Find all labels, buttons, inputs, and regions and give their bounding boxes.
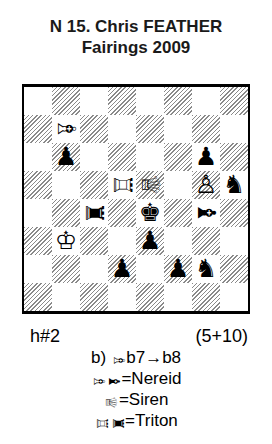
piece-white-pawn: ♙ — [195, 171, 217, 199]
square-h8 — [220, 87, 248, 115]
square-h7 — [220, 115, 248, 143]
square-e1 — [136, 283, 164, 311]
square-e7 — [136, 115, 164, 143]
square-d8 — [108, 87, 136, 115]
piece-count: (5+10) — [195, 325, 248, 347]
square-f5 — [164, 171, 192, 199]
square-f4 — [164, 199, 192, 227]
square-c1 — [80, 283, 108, 311]
white-triton-icon: ♖ — [94, 417, 109, 430]
square-d7 — [108, 115, 136, 143]
piece-white-triton: ♖ — [108, 174, 136, 196]
square-b1 — [52, 283, 80, 311]
piece-black-pawn: ♟ — [55, 143, 77, 171]
stipulation-row: h#2 (5+10) — [0, 325, 272, 347]
square-f8 — [164, 87, 192, 115]
square-f2: ♟ — [164, 255, 192, 283]
legend-line-nereid: ♗♝=Nereid — [0, 368, 272, 389]
black-nereid-icon: ♝ — [106, 375, 121, 388]
square-h4 — [220, 199, 248, 227]
square-d6 — [108, 143, 136, 171]
square-b3: ♔ — [52, 227, 80, 255]
square-b5 — [52, 171, 80, 199]
square-a7 — [24, 115, 52, 143]
square-h1 — [220, 283, 248, 311]
legend-line-siren: ♕=Siren — [0, 389, 272, 410]
square-d1 — [108, 283, 136, 311]
white-siren-icon: ♕ — [104, 396, 119, 409]
square-a1 — [24, 283, 52, 311]
square-h5: ♞ — [220, 171, 248, 199]
stipulation-text: h#2 — [30, 325, 60, 347]
chess-problem-card: N 15. Chris FEATHER Fairings 2009 ♗♟♟♖♕♙… — [0, 16, 272, 431]
square-h2 — [220, 255, 248, 283]
legend-text: =Siren — [119, 390, 169, 409]
square-a3 — [24, 227, 52, 255]
square-c2 — [80, 255, 108, 283]
piece-white-king: ♔ — [55, 227, 77, 255]
legend-text: =Nereid — [121, 369, 181, 388]
square-c5 — [80, 171, 108, 199]
black-triton-icon: ♜ — [110, 417, 125, 430]
piece-black-knight: ♞ — [195, 255, 217, 283]
piece-black-nereid: ♝ — [192, 202, 220, 224]
square-f7 — [164, 115, 192, 143]
square-g4: ♝ — [192, 199, 220, 227]
piece-white-siren: ♕ — [136, 174, 164, 196]
legend-line-triton: ♖♜=Triton — [0, 410, 272, 431]
square-b8 — [52, 87, 80, 115]
square-g8 — [192, 87, 220, 115]
square-c3 — [80, 227, 108, 255]
square-e6 — [136, 143, 164, 171]
square-g7 — [192, 115, 220, 143]
twin-condition-line: b) ♗b7→b8 — [0, 347, 272, 368]
square-a8 — [24, 87, 52, 115]
legend-text: =Triton — [125, 411, 178, 430]
square-c4: ♜ — [80, 199, 108, 227]
square-c7 — [80, 115, 108, 143]
twin-move: b7→b8 — [126, 348, 181, 367]
square-g3 — [192, 227, 220, 255]
square-a2 — [24, 255, 52, 283]
piece-black-knight: ♞ — [223, 171, 245, 199]
problem-title: N 15. Chris FEATHER Fairings 2009 — [0, 16, 272, 58]
square-e2 — [136, 255, 164, 283]
piece-black-triton: ♜ — [80, 202, 108, 224]
square-g6: ♟ — [192, 143, 220, 171]
square-h3 — [220, 227, 248, 255]
piece-black-king: ♚ — [139, 199, 161, 227]
title-source: Fairings 2009 — [0, 37, 272, 58]
square-g2: ♞ — [192, 255, 220, 283]
square-d3 — [108, 227, 136, 255]
square-f3 — [164, 227, 192, 255]
square-f1 — [164, 283, 192, 311]
piece-black-pawn: ♟ — [139, 227, 161, 255]
square-d2: ♟ — [108, 255, 136, 283]
square-f6 — [164, 143, 192, 171]
white-nereid-icon: ♗ — [111, 354, 126, 367]
square-g1 — [192, 283, 220, 311]
chessboard: ♗♟♟♖♕♙♞♜♚♝♔♟♟♟♞ — [22, 84, 250, 314]
square-e5: ♕ — [136, 171, 164, 199]
square-b7: ♗ — [52, 115, 80, 143]
square-d5: ♖ — [108, 171, 136, 199]
square-d4 — [108, 199, 136, 227]
square-a6 — [24, 143, 52, 171]
fairy-piece-legend: ♗♝=Nereid♕=Siren♖♜=Triton — [0, 368, 272, 431]
square-h6 — [220, 143, 248, 171]
square-g5: ♙ — [192, 171, 220, 199]
piece-black-pawn: ♟ — [111, 255, 133, 283]
square-c6 — [80, 143, 108, 171]
twin-label: b) — [91, 348, 111, 367]
piece-black-pawn: ♟ — [195, 143, 217, 171]
piece-white-nereid: ♗ — [52, 118, 80, 140]
square-e8 — [136, 87, 164, 115]
square-b6: ♟ — [52, 143, 80, 171]
square-c8 — [80, 87, 108, 115]
square-e4: ♚ — [136, 199, 164, 227]
square-e3: ♟ — [136, 227, 164, 255]
square-b4 — [52, 199, 80, 227]
square-b2 — [52, 255, 80, 283]
white-nereid-icon: ♗ — [91, 375, 106, 388]
piece-black-pawn: ♟ — [167, 255, 189, 283]
square-a5 — [24, 171, 52, 199]
square-a4 — [24, 199, 52, 227]
title-author: N 15. Chris FEATHER — [0, 16, 272, 37]
